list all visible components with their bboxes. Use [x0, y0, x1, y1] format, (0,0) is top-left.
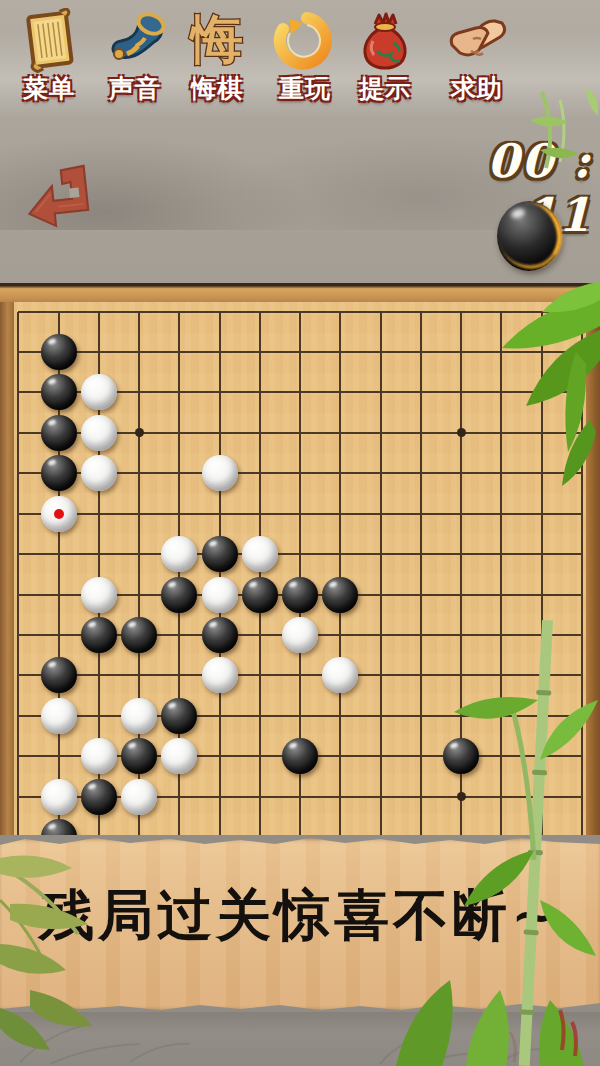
bottom-background — [0, 1012, 600, 1066]
svg-text:悔: 悔 — [189, 8, 243, 69]
undo-button[interactable]: 悔 悔棋 — [178, 8, 256, 108]
return-arrow-icon — [22, 162, 102, 242]
white-stone — [81, 455, 117, 491]
help-button[interactable]: 求助 — [438, 8, 516, 108]
white-stone — [121, 779, 157, 815]
black-stone — [282, 738, 318, 774]
white-stone — [202, 657, 238, 693]
grid-line-horizontal — [18, 715, 582, 717]
star-point — [457, 792, 466, 801]
red-pouch-icon — [353, 8, 417, 74]
black-stone — [41, 819, 77, 835]
game-screen: 菜单 声音 悔 悔棋 — [0, 0, 600, 1066]
grid-line-horizontal — [18, 351, 582, 353]
replay-label: 重玩 — [266, 72, 344, 105]
bottom-banner: 残局过关惊喜不断~ — [0, 835, 600, 1012]
black-stone — [202, 617, 238, 653]
grid-line-horizontal — [18, 311, 582, 313]
menu-label: 菜单 — [10, 72, 88, 105]
black-stone — [41, 657, 77, 693]
black-stone — [41, 334, 77, 370]
grid-line-horizontal — [18, 674, 582, 676]
board-frame-right — [586, 283, 600, 835]
timer: 00 : 11 — [402, 134, 592, 242]
back-button[interactable] — [22, 162, 102, 242]
ink-plant-decoration — [10, 1012, 290, 1066]
white-stone — [202, 455, 238, 491]
black-stone — [443, 738, 479, 774]
hint-label: 提示 — [346, 72, 424, 105]
handshake-icon — [445, 8, 509, 74]
undo-label: 悔棋 — [178, 72, 256, 105]
grid-line-horizontal — [18, 553, 582, 555]
menu-button[interactable]: 菜单 — [10, 8, 88, 108]
white-stone — [81, 415, 117, 451]
scroll-icon — [17, 8, 81, 74]
black-stone — [41, 415, 77, 451]
black-stone — [161, 698, 197, 734]
board-frame-top — [0, 283, 600, 302]
black-stone — [121, 617, 157, 653]
black-stone — [242, 577, 278, 613]
horn-icon — [103, 8, 167, 74]
last-move-marker — [54, 509, 64, 519]
white-stone — [242, 536, 278, 572]
black-stone — [81, 617, 117, 653]
black-stone — [41, 374, 77, 410]
hint-button[interactable]: 提示 — [346, 8, 424, 108]
white-stone — [41, 779, 77, 815]
banner-text: 残局过关惊喜不断~ — [0, 879, 600, 953]
sound-label: 声音 — [96, 72, 174, 105]
turn-indicator-black-stone — [497, 201, 561, 271]
white-stone — [161, 738, 197, 774]
black-stone — [322, 577, 358, 613]
white-stone — [202, 577, 238, 613]
black-stone — [81, 779, 117, 815]
gomoku-board[interactable] — [0, 283, 600, 835]
white-stone — [161, 536, 197, 572]
white-stone — [121, 698, 157, 734]
white-stone — [41, 496, 77, 532]
help-label: 求助 — [438, 72, 516, 105]
black-stone — [41, 455, 77, 491]
white-stone — [81, 577, 117, 613]
black-stone — [161, 577, 197, 613]
star-point — [457, 428, 466, 437]
sound-button[interactable]: 声音 — [96, 8, 174, 108]
ink-plant-decoration — [360, 1012, 580, 1066]
replay-button[interactable]: 重玩 — [266, 8, 344, 108]
white-stone — [41, 698, 77, 734]
star-point — [135, 428, 144, 437]
hui-character-icon: 悔 — [185, 8, 249, 74]
black-stone — [202, 536, 238, 572]
grid-line-horizontal — [18, 513, 582, 515]
white-stone — [81, 374, 117, 410]
black-stone — [282, 577, 318, 613]
white-stone — [282, 617, 318, 653]
white-stone — [322, 657, 358, 693]
white-stone — [81, 738, 117, 774]
top-bar: 菜单 声音 悔 悔棋 — [0, 0, 600, 283]
board-frame-left — [0, 283, 14, 835]
black-stone — [121, 738, 157, 774]
replay-swirl-icon — [273, 8, 337, 74]
